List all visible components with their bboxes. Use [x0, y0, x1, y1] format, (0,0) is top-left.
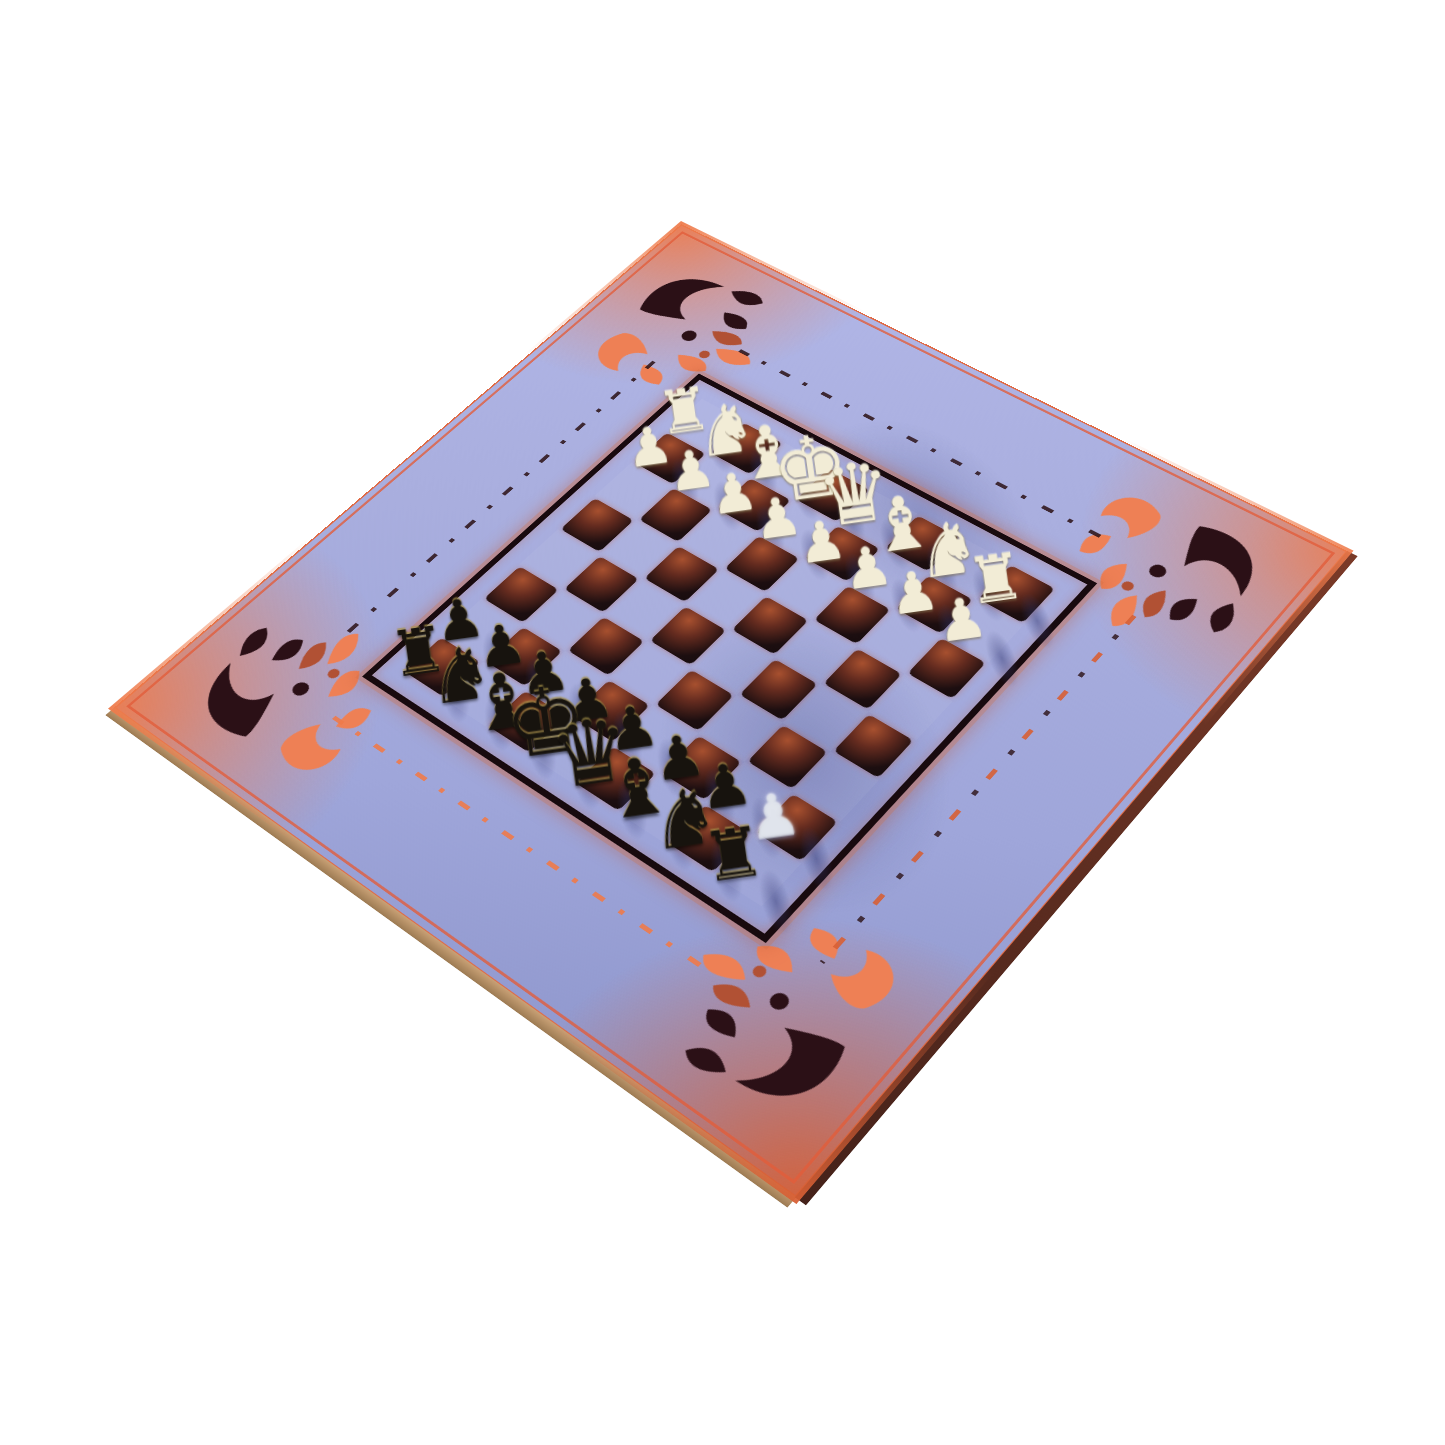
piece-white-pawn[interactable]: ♟	[933, 589, 990, 651]
stenciled-board-mat: ♜♞♝♚♛♝♞♜♟♟♟♟♟♟♟♟♟♟♟♟♟♟♟♟♜♞♝♚♛♝♞♜	[114, 224, 1349, 1198]
chessboard-scene: ♜♞♝♚♛♝♞♜♟♟♟♟♟♟♟♟♟♟♟♟♟♟♟♟♜♞♝♚♛♝♞♜	[114, 224, 1349, 1198]
piece-black-rook[interactable]: ♜	[698, 817, 769, 894]
